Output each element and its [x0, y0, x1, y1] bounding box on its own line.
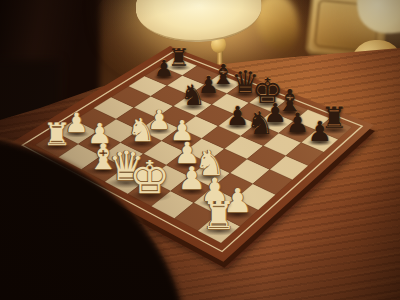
photo-scene: ♜♟♝♛♟♚♞♝♟♟♜♟♟♟♞♟♟♞♟♜♟♝♞♛♟♚♟♟♜ — [0, 0, 400, 300]
white-rook-a1[interactable]: ♜ — [43, 119, 71, 150]
black-pawn-a7[interactable]: ♟ — [154, 57, 174, 79]
white-rook-h1[interactable]: ♜ — [202, 196, 236, 234]
black-knight-c6[interactable]: ♞ — [180, 81, 206, 110]
black-pawn-h7[interactable]: ♟ — [308, 118, 333, 145]
white-king-e1[interactable]: ♚ — [129, 155, 170, 200]
black-knight-f6[interactable]: ♞ — [246, 108, 274, 139]
black-pawn-g7[interactable]: ♟ — [286, 109, 310, 136]
